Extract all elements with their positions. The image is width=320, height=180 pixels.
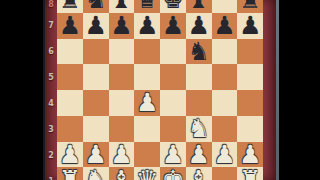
square-b6[interactable] xyxy=(83,39,109,65)
black-pawn-c7[interactable]: ♟ xyxy=(110,13,132,39)
white-rook-h1[interactable]: ♜ xyxy=(239,167,261,180)
square-g4[interactable] xyxy=(212,90,238,116)
square-f4[interactable] xyxy=(186,90,212,116)
rank-label-6: 6 xyxy=(45,47,57,56)
square-f1[interactable]: ♝ xyxy=(186,167,212,180)
square-h5[interactable] xyxy=(237,64,263,90)
square-h3[interactable] xyxy=(237,116,263,142)
square-b2[interactable]: ♟ xyxy=(83,142,109,168)
square-b1[interactable]: ♞ xyxy=(83,167,109,180)
square-g1[interactable] xyxy=(212,167,238,180)
square-c2[interactable]: ♟ xyxy=(109,142,135,168)
white-pawn-c2[interactable]: ♟ xyxy=(110,142,132,168)
square-d3[interactable] xyxy=(134,116,160,142)
white-rook-a1[interactable]: ♜ xyxy=(59,167,81,180)
black-pawn-e7[interactable]: ♟ xyxy=(162,13,184,39)
white-king-e1[interactable]: ♚ xyxy=(162,167,184,180)
white-knight-b1[interactable]: ♞ xyxy=(84,167,106,180)
square-b7[interactable]: ♟ xyxy=(83,13,109,39)
black-pawn-a7[interactable]: ♟ xyxy=(59,13,81,39)
square-h7[interactable]: ♟ xyxy=(237,13,263,39)
white-pawn-a2[interactable]: ♟ xyxy=(59,142,81,168)
square-e6[interactable] xyxy=(160,39,186,65)
white-knight-f3[interactable]: ♞ xyxy=(187,116,209,142)
square-c7[interactable]: ♟ xyxy=(109,13,135,39)
square-a1[interactable]: ♜ xyxy=(57,167,83,180)
square-d5[interactable] xyxy=(134,64,160,90)
black-pawn-g7[interactable]: ♟ xyxy=(213,13,235,39)
square-b4[interactable] xyxy=(83,90,109,116)
square-d6[interactable] xyxy=(134,39,160,65)
rank-label-4: 4 xyxy=(45,99,57,108)
square-e3[interactable] xyxy=(160,116,186,142)
rank-label-8: 8 xyxy=(45,0,57,9)
square-d1[interactable]: ♛ xyxy=(134,167,160,180)
square-c6[interactable] xyxy=(109,39,135,65)
rank-label-1: 1 xyxy=(45,177,57,180)
black-pawn-d7[interactable]: ♟ xyxy=(136,13,158,39)
white-pawn-e2[interactable]: ♟ xyxy=(162,142,184,168)
square-f3[interactable]: ♞ xyxy=(186,116,212,142)
square-e5[interactable] xyxy=(160,64,186,90)
white-bishop-c1[interactable]: ♝ xyxy=(110,167,132,180)
rank-label-2: 2 xyxy=(45,151,57,160)
square-g3[interactable] xyxy=(212,116,238,142)
white-pawn-h2[interactable]: ♟ xyxy=(239,142,261,168)
square-c1[interactable]: ♝ xyxy=(109,167,135,180)
square-h2[interactable]: ♟ xyxy=(237,142,263,168)
white-pawn-b2[interactable]: ♟ xyxy=(84,142,106,168)
square-d2[interactable] xyxy=(134,142,160,168)
white-pawn-g2[interactable]: ♟ xyxy=(213,142,235,168)
white-pawn-d4[interactable]: ♟ xyxy=(136,90,158,116)
square-b5[interactable] xyxy=(83,64,109,90)
square-g7[interactable]: ♟ xyxy=(212,13,238,39)
square-a5[interactable] xyxy=(57,64,83,90)
white-queen-d1[interactable]: ♛ xyxy=(136,167,158,180)
square-a2[interactable]: ♟ xyxy=(57,142,83,168)
square-h4[interactable] xyxy=(237,90,263,116)
square-h6[interactable] xyxy=(237,39,263,65)
black-knight-f6[interactable]: ♞ xyxy=(187,39,209,65)
square-f6[interactable]: ♞ xyxy=(186,39,212,65)
square-g5[interactable] xyxy=(212,64,238,90)
square-e4[interactable] xyxy=(160,90,186,116)
square-g6[interactable] xyxy=(212,39,238,65)
square-e7[interactable]: ♟ xyxy=(160,13,186,39)
square-f5[interactable] xyxy=(186,64,212,90)
square-d7[interactable]: ♟ xyxy=(134,13,160,39)
white-bishop-f1[interactable]: ♝ xyxy=(187,167,209,180)
square-c4[interactable] xyxy=(109,90,135,116)
square-f7[interactable]: ♟ xyxy=(186,13,212,39)
square-e1[interactable]: ♚ xyxy=(160,167,186,180)
board-viewport: ♜♞♝♛♚♝♜♟♟♟♟♟♟♟♟♞♟♞♟♟♟♟♟♟♟♜♞♝♛♚♝♜ xyxy=(57,0,263,180)
rank-label-3: 3 xyxy=(45,125,57,134)
square-g2[interactable]: ♟ xyxy=(212,142,238,168)
square-a7[interactable]: ♟ xyxy=(57,13,83,39)
square-d4[interactable]: ♟ xyxy=(134,90,160,116)
black-pawn-f7[interactable]: ♟ xyxy=(187,13,209,39)
square-h1[interactable]: ♜ xyxy=(237,167,263,180)
chess-board: ♜♞♝♛♚♝♜♟♟♟♟♟♟♟♟♞♟♞♟♟♟♟♟♟♟♜♞♝♛♚♝♜ xyxy=(57,0,263,180)
square-a6[interactable] xyxy=(57,39,83,65)
white-pawn-f2[interactable]: ♟ xyxy=(187,142,209,168)
square-b3[interactable] xyxy=(83,116,109,142)
square-f2[interactable]: ♟ xyxy=(186,142,212,168)
square-a4[interactable] xyxy=(57,90,83,116)
square-a3[interactable] xyxy=(57,116,83,142)
rank-label-5: 5 xyxy=(45,73,57,82)
black-pawn-h7[interactable]: ♟ xyxy=(239,13,261,39)
frame-right-edge-line xyxy=(276,0,279,180)
square-c3[interactable] xyxy=(109,116,135,142)
square-e2[interactable]: ♟ xyxy=(160,142,186,168)
black-pawn-b7[interactable]: ♟ xyxy=(84,13,106,39)
square-c5[interactable] xyxy=(109,64,135,90)
rank-label-7: 7 xyxy=(45,21,57,30)
